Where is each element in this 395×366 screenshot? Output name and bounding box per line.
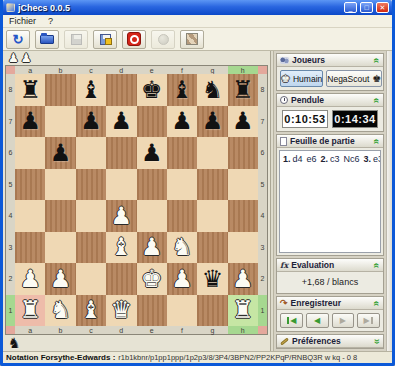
close-button[interactable]: ✕ xyxy=(376,2,389,13)
black-king: ♚ xyxy=(141,78,163,102)
black-clock: 0:14:34 xyxy=(332,110,378,128)
square-c8[interactable]: ♝ xyxy=(76,74,106,106)
menu-help[interactable]: ? xyxy=(48,16,53,26)
square-e1[interactable] xyxy=(137,295,167,327)
square-a5[interactable] xyxy=(15,169,45,201)
black-player-label: NegaScout xyxy=(327,74,369,84)
panel-sections: Joueurs Humain NegaScout xyxy=(274,51,386,351)
coord-label-a: a xyxy=(15,326,45,334)
square-b1[interactable]: ♞ xyxy=(45,295,75,327)
square-c3[interactable] xyxy=(76,232,106,264)
save-button xyxy=(64,30,88,49)
window-title: jChecs 0.0.5 xyxy=(18,3,341,13)
square-a7[interactable]: ♟ xyxy=(15,106,45,138)
coord-label-8: 8 xyxy=(6,74,15,106)
board-corner xyxy=(258,326,267,334)
square-a2[interactable]: ♟ xyxy=(15,263,45,295)
square-g5[interactable] xyxy=(197,169,227,201)
white-pawn: ♟ xyxy=(232,267,254,291)
section-feuille: Feuille de partie 1.d4e62.c3Nc63.e3Qg54.… xyxy=(276,134,384,256)
save-icon xyxy=(71,34,82,45)
square-e4[interactable] xyxy=(137,200,167,232)
square-e3[interactable]: ♟ xyxy=(137,232,167,264)
coord-label-1: 1 xyxy=(6,295,15,327)
coord-label-f: f xyxy=(167,66,197,74)
coord-label-h: h xyxy=(228,326,258,334)
square-e6[interactable]: ♟ xyxy=(137,137,167,169)
coord-label-g: g xyxy=(197,66,227,74)
save-as-button[interactable] xyxy=(93,30,117,49)
square-b2[interactable]: ♟ xyxy=(45,263,75,295)
section-joueurs: Joueurs Humain NegaScout xyxy=(276,53,384,91)
move[interactable]: Nc6 xyxy=(344,154,360,164)
coord-label-8: 8 xyxy=(258,74,267,106)
white-clock: 0:10:53 xyxy=(282,110,328,128)
skip-start-icon xyxy=(287,317,289,324)
square-a8[interactable]: ♜ xyxy=(15,74,45,106)
white-bishop: ♝ xyxy=(80,298,102,322)
white-knight: ♞ xyxy=(50,298,72,322)
square-f4[interactable] xyxy=(167,200,197,232)
square-c6[interactable] xyxy=(76,137,106,169)
board-area: ♟♟ abcdefgh8♜♝♚♝♞♜87♟♟♟♟♟♟76♟♟6554♟43♝♟♞… xyxy=(3,51,271,351)
square-f8[interactable]: ♝ xyxy=(167,74,197,106)
black-knight: ♞ xyxy=(8,336,21,350)
flip-board-icon xyxy=(186,33,198,45)
coord-label-b: b xyxy=(45,326,75,334)
square-g7[interactable]: ♟ xyxy=(197,106,227,138)
step-forward-button: ▶ xyxy=(332,313,355,328)
open-folder-icon xyxy=(40,35,54,44)
players-icon xyxy=(280,57,289,64)
white-pawn: ♟ xyxy=(111,204,133,228)
black-pawn: ♟ xyxy=(232,109,254,133)
clock-icon xyxy=(280,96,288,104)
wrench-icon xyxy=(280,337,289,345)
black-player-button[interactable]: NegaScout xyxy=(326,70,382,87)
black-pawn: ♟ xyxy=(50,141,72,165)
enregistreur-header[interactable]: Enregistreur xyxy=(277,297,383,310)
square-e7[interactable] xyxy=(137,106,167,138)
board-corner xyxy=(6,326,15,334)
pendule-title: Pendule xyxy=(291,95,324,105)
collapse-down-icon[interactable] xyxy=(372,338,383,344)
skip-to-start-button[interactable]: ◀ xyxy=(280,313,303,328)
coord-label-c: c xyxy=(76,326,106,334)
evaluation-value: +1,68 / blancs xyxy=(277,272,383,293)
square-c4[interactable] xyxy=(76,200,106,232)
fen-label: Notation Forsythe-Edwards : xyxy=(6,353,115,362)
step-back-button[interactable]: ◀ xyxy=(306,313,329,328)
coord-label-e: e xyxy=(137,66,167,74)
white-pawn: ♟ xyxy=(8,52,19,64)
skip-to-end-button: ▶ xyxy=(357,313,380,328)
square-e8[interactable]: ♚ xyxy=(137,74,167,106)
coord-label-a: a xyxy=(15,66,45,74)
move[interactable]: e6 xyxy=(307,154,317,164)
coord-label-b: b xyxy=(45,66,75,74)
skip-start-icon: ◀ xyxy=(290,317,296,325)
section-evaluation: fx Evaluation +1,68 / blancs xyxy=(276,258,384,294)
black-pawn: ♟ xyxy=(171,109,193,133)
coord-label-7: 7 xyxy=(6,106,15,138)
players-row: Humain NegaScout xyxy=(277,67,383,90)
square-f7[interactable]: ♟ xyxy=(167,106,197,138)
square-a6[interactable] xyxy=(15,137,45,169)
move[interactable]: c3 xyxy=(330,154,340,164)
new-game-icon xyxy=(13,30,24,48)
square-h2[interactable]: ♟ xyxy=(228,263,258,295)
coord-label-f: f xyxy=(167,326,197,334)
main-content: ♟♟ abcdefgh8♜♝♚♝♞♜87♟♟♟♟♟♟76♟♟6554♟43♝♟♞… xyxy=(3,51,392,351)
square-c7[interactable]: ♟ xyxy=(76,106,106,138)
square-d3[interactable]: ♝ xyxy=(106,232,136,264)
white-pawn: ♟ xyxy=(50,267,72,291)
square-h5[interactable] xyxy=(228,169,258,201)
square-d4[interactable]: ♟ xyxy=(106,200,136,232)
square-b6[interactable]: ♟ xyxy=(45,137,75,169)
coord-label-3: 3 xyxy=(6,232,15,264)
square-d6[interactable] xyxy=(106,137,136,169)
evaluation-title: Evaluation xyxy=(291,260,334,270)
section-pendule: Pendule 0:10:53 0:14:34 xyxy=(276,93,384,132)
square-f2[interactable]: ♟ xyxy=(167,263,197,295)
square-c1[interactable]: ♝ xyxy=(76,295,106,327)
coord-label-2: 2 xyxy=(258,263,267,295)
square-g2[interactable]: ♛ xyxy=(197,263,227,295)
save-as-icon xyxy=(100,34,111,45)
coord-label-4: 4 xyxy=(6,200,15,232)
title-bar: jChecs 0.0.5 _ □ ✕ xyxy=(3,0,392,15)
recorder-controls: ◀ ◀ ▶ ▶ xyxy=(277,310,383,331)
coord-label-e: e xyxy=(137,326,167,334)
square-d2[interactable] xyxy=(106,263,136,295)
square-g8[interactable]: ♞ xyxy=(197,74,227,106)
coord-label-6: 6 xyxy=(6,137,15,169)
black-rook: ♜ xyxy=(232,78,254,102)
white-rook: ♜ xyxy=(232,298,254,322)
coord-label-7: 7 xyxy=(258,106,267,138)
coord-label-1: 1 xyxy=(258,295,267,327)
square-e2[interactable]: ♚ xyxy=(137,263,167,295)
white-bishop: ♝ xyxy=(111,235,133,259)
board-corner xyxy=(6,66,15,74)
sheet-icon xyxy=(280,137,287,146)
pendule-header[interactable]: Pendule xyxy=(277,94,383,107)
move-number: 3. xyxy=(364,154,372,164)
black-pawn: ♟ xyxy=(141,141,163,165)
square-f6[interactable] xyxy=(167,137,197,169)
square-a1[interactable]: ♜ xyxy=(15,295,45,327)
black-pawn: ♟ xyxy=(202,109,224,133)
minimize-button[interactable]: _ xyxy=(344,2,357,13)
coord-label-2: 2 xyxy=(6,263,15,295)
maximize-button[interactable]: □ xyxy=(360,2,373,13)
white-king: ♚ xyxy=(141,267,163,291)
feuille-header[interactable]: Feuille de partie xyxy=(277,135,383,148)
feuille-title: Feuille de partie xyxy=(290,136,355,146)
black-bishop: ♝ xyxy=(80,78,102,102)
collapse-up-icon[interactable] xyxy=(372,57,383,63)
stop-engine-button[interactable] xyxy=(122,30,146,49)
move[interactable]: e3 xyxy=(373,154,381,164)
captured-white-tray: ♟♟ xyxy=(3,51,270,65)
move-number: 2. xyxy=(321,154,329,164)
section-enregistreur: Enregistreur ◀ ◀ ▶ ▶ xyxy=(276,296,384,332)
square-h1[interactable]: ♜ xyxy=(228,295,258,327)
square-h8[interactable]: ♜ xyxy=(228,74,258,106)
evaluation-header[interactable]: fx Evaluation xyxy=(277,259,383,272)
joueurs-title: Joueurs xyxy=(292,55,325,65)
coord-label-h: h xyxy=(228,66,258,74)
new-game-button[interactable] xyxy=(6,30,30,49)
preferences-header[interactable]: Préférences xyxy=(277,335,383,348)
coord-label-6: 6 xyxy=(258,137,267,169)
black-bishop: ♝ xyxy=(171,78,193,102)
board: abcdefgh8♜♝♚♝♞♜87♟♟♟♟♟♟76♟♟6554♟43♝♟♞32♟… xyxy=(5,65,268,335)
white-pawn: ♟ xyxy=(171,267,193,291)
status-bar: Notation Forsythe-Edwards : r1b1kbnr/p1p… xyxy=(3,351,392,363)
black-pawn: ♟ xyxy=(80,109,102,133)
app-window: jChecs 0.0.5 _ □ ✕ Fichier ? ♟♟ abcdefgh… xyxy=(0,0,395,366)
clocks-row: 0:10:53 0:14:34 xyxy=(277,107,383,131)
skip-end-icon xyxy=(371,317,373,324)
white-queen: ♛ xyxy=(111,298,133,322)
collapse-up-icon[interactable] xyxy=(372,300,383,306)
toolbar xyxy=(3,28,392,51)
preferences-title: Préférences xyxy=(292,336,341,346)
square-b4[interactable] xyxy=(45,200,75,232)
menu-bar: Fichier ? xyxy=(3,15,392,28)
white-player-button[interactable]: Humain xyxy=(280,70,323,87)
square-b7[interactable] xyxy=(45,106,75,138)
white-pawn: ♟ xyxy=(19,267,41,291)
move-list[interactable]: 1.d4e62.c3Nc63.e3Qg54.Nf3Qg45.Bd3Nxd46.e… xyxy=(279,150,381,253)
square-h7[interactable]: ♟ xyxy=(228,106,258,138)
fen-value: r1b1kbnr/p1pp1ppp/1p2p3/8/3P4/3BPN2/PP2K… xyxy=(118,353,357,362)
joueurs-header[interactable]: Joueurs xyxy=(277,54,383,67)
white-pawn: ♟ xyxy=(141,235,163,259)
square-g6[interactable] xyxy=(197,137,227,169)
step-forward-icon: ▶ xyxy=(340,317,346,325)
square-c5[interactable] xyxy=(76,169,106,201)
white-king-icon xyxy=(281,73,290,84)
coord-label-4: 4 xyxy=(258,200,267,232)
square-f1[interactable] xyxy=(167,295,197,327)
stop-icon xyxy=(127,32,141,46)
coord-label-d: d xyxy=(106,326,136,334)
square-b5[interactable] xyxy=(45,169,75,201)
open-file-button[interactable] xyxy=(35,30,59,49)
coord-label-d: d xyxy=(106,66,136,74)
coord-label-5: 5 xyxy=(258,169,267,201)
white-pawn: ♟ xyxy=(21,52,32,64)
step-back-icon: ◀ xyxy=(314,317,320,325)
white-knight: ♞ xyxy=(171,235,193,259)
black-knight: ♞ xyxy=(202,78,224,102)
record-button xyxy=(151,30,175,49)
square-d7[interactable]: ♟ xyxy=(106,106,136,138)
black-pawn: ♟ xyxy=(111,109,133,133)
enregistreur-title: Enregistreur xyxy=(291,298,342,308)
black-rook: ♜ xyxy=(19,78,41,102)
recorder-icon xyxy=(280,298,288,308)
square-g4[interactable] xyxy=(197,200,227,232)
collapse-up-icon[interactable] xyxy=(372,97,383,103)
record-icon xyxy=(158,34,169,45)
square-a3[interactable] xyxy=(15,232,45,264)
board-corner xyxy=(258,66,267,74)
square-b3[interactable] xyxy=(45,232,75,264)
square-g3[interactable] xyxy=(197,232,227,264)
square-f3[interactable]: ♞ xyxy=(167,232,197,264)
square-f5[interactable] xyxy=(167,169,197,201)
collapse-up-icon[interactable] xyxy=(372,262,383,268)
square-b8[interactable] xyxy=(45,74,75,106)
fx-icon: fx xyxy=(280,260,288,270)
flip-board-button[interactable] xyxy=(180,30,204,49)
square-d8[interactable] xyxy=(106,74,136,106)
coord-label-c: c xyxy=(76,66,106,74)
right-panel: Joueurs Humain NegaScout xyxy=(274,51,392,351)
app-icon xyxy=(6,3,15,12)
collapse-up-icon[interactable] xyxy=(372,138,383,144)
coord-label-3: 3 xyxy=(258,232,267,264)
square-d1[interactable]: ♛ xyxy=(106,295,136,327)
move[interactable]: d4 xyxy=(293,154,303,164)
skip-end-icon: ▶ xyxy=(364,317,370,325)
section-preferences: Préférences xyxy=(276,334,384,349)
square-d5[interactable] xyxy=(106,169,136,201)
menu-fichier[interactable]: Fichier xyxy=(9,16,36,26)
captured-black-tray: ♞ xyxy=(3,335,270,351)
move-number: 1. xyxy=(283,154,291,164)
square-g1[interactable] xyxy=(197,295,227,327)
white-player-label: Humain xyxy=(293,74,322,84)
square-c2[interactable] xyxy=(76,263,106,295)
square-h6[interactable] xyxy=(228,137,258,169)
black-pawn: ♟ xyxy=(19,109,41,133)
black-king-icon xyxy=(372,73,381,84)
panel-scrollbar[interactable] xyxy=(386,51,392,351)
square-h4[interactable] xyxy=(228,200,258,232)
square-a4[interactable] xyxy=(15,200,45,232)
white-rook: ♜ xyxy=(19,298,41,322)
coord-label-g: g xyxy=(197,326,227,334)
square-h3[interactable] xyxy=(228,232,258,264)
coord-label-5: 5 xyxy=(6,169,15,201)
black-queen: ♛ xyxy=(202,267,224,291)
square-e5[interactable] xyxy=(137,169,167,201)
